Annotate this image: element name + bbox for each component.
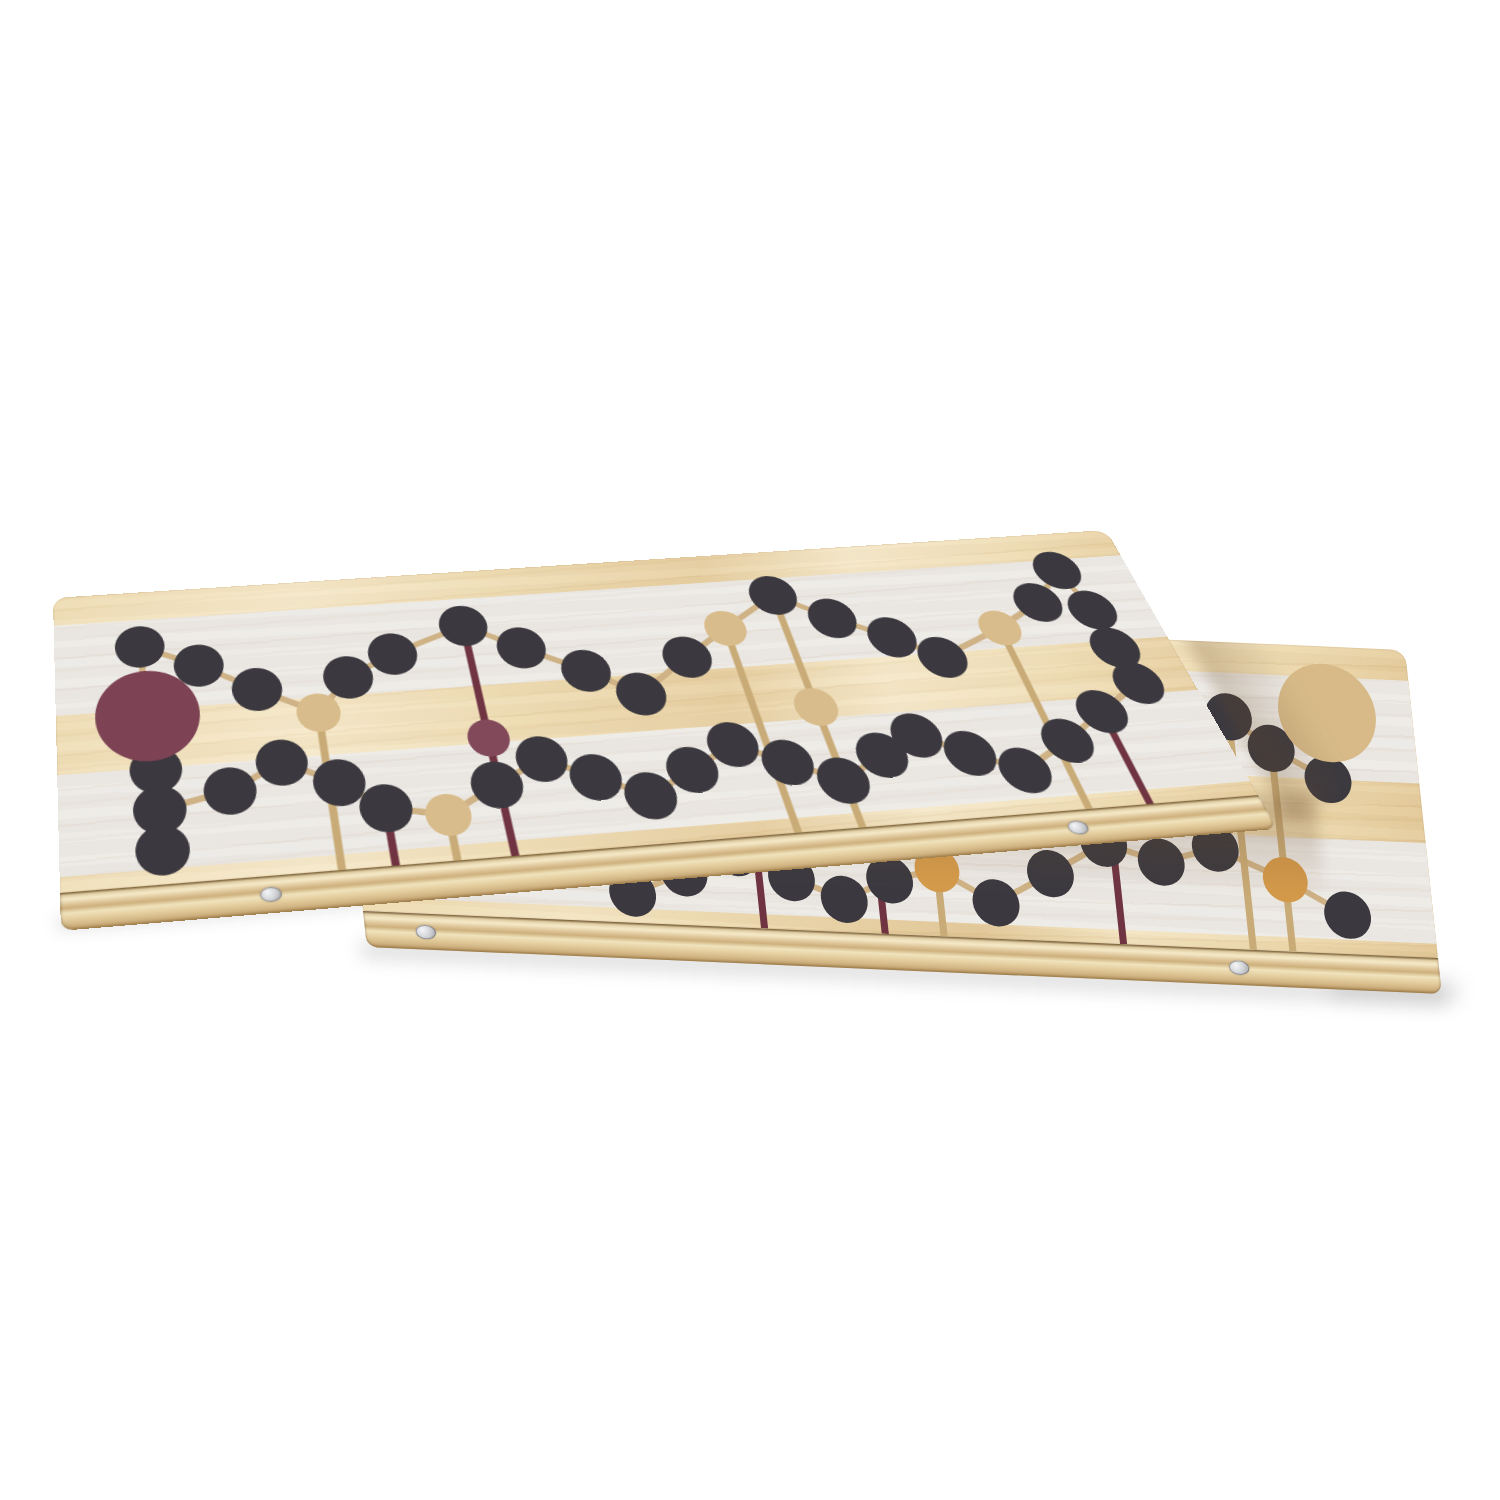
track-dot [818,875,870,924]
track-dot [253,738,311,788]
track-dot [1135,837,1187,886]
track-dot [230,666,285,712]
tan-junction [294,692,343,733]
magnet [1065,820,1091,835]
track-dot [134,823,192,877]
track-dot [1322,891,1374,940]
track-dot [970,878,1022,927]
track-dot [435,604,492,647]
track-dot [1302,755,1354,804]
track-dot [492,626,550,670]
track-dot [310,757,369,808]
track-dot [511,735,573,784]
magnet [1228,960,1250,975]
gold-junction [1261,856,1310,903]
track-dot [1081,626,1149,670]
track-dot [1025,849,1077,898]
magnet [259,886,282,902]
track-dot [936,729,1005,778]
track-dot [356,782,417,834]
product-photo-scene [0,0,1500,1500]
tan-junction [788,687,844,728]
track-dot [801,597,863,640]
track-dot [202,766,260,817]
track-dot [365,632,421,677]
maroon-junction [464,718,514,758]
track-dot [1060,589,1126,631]
track-dot [556,648,616,693]
track-dot [564,752,627,802]
ladder-stem [1271,748,1293,951]
track-dot [114,625,166,670]
track-dot [320,655,376,701]
track-dot [860,616,924,659]
magnet [415,924,437,939]
